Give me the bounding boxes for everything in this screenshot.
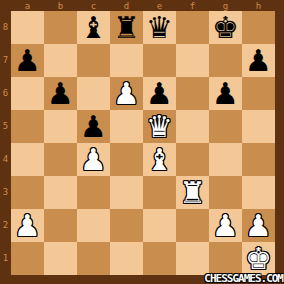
square-c1[interactable] <box>77 242 110 275</box>
black-queen[interactable]: ♛ <box>146 11 173 44</box>
square-c6[interactable] <box>77 77 110 110</box>
square-a6[interactable] <box>11 77 44 110</box>
square-h1[interactable]: ♚ <box>242 242 275 275</box>
square-b6[interactable]: ♟ <box>44 77 77 110</box>
white-bishop[interactable]: ♝ <box>146 143 173 176</box>
square-b7[interactable] <box>44 44 77 77</box>
square-e6[interactable]: ♟ <box>143 77 176 110</box>
square-a2[interactable]: ♟ <box>11 209 44 242</box>
rank-label-3: 3 <box>0 176 11 209</box>
chess-board-frame: a b c d e f g h 8 7 6 5 4 3 2 1 ♝♜♛♚♟♟♟♟… <box>0 0 284 284</box>
black-bishop[interactable]: ♝ <box>80 11 107 44</box>
white-rook[interactable]: ♜ <box>179 176 206 209</box>
white-pawn[interactable]: ♟ <box>113 77 140 110</box>
square-e2[interactable] <box>143 209 176 242</box>
square-e8[interactable]: ♛ <box>143 11 176 44</box>
square-b1[interactable] <box>44 242 77 275</box>
square-d1[interactable] <box>110 242 143 275</box>
square-g2[interactable]: ♟ <box>209 209 242 242</box>
square-a3[interactable] <box>11 176 44 209</box>
square-d7[interactable] <box>110 44 143 77</box>
square-d3[interactable] <box>110 176 143 209</box>
square-d2[interactable] <box>110 209 143 242</box>
square-a8[interactable] <box>11 11 44 44</box>
square-f3[interactable]: ♜ <box>176 176 209 209</box>
square-e7[interactable] <box>143 44 176 77</box>
square-g5[interactable] <box>209 110 242 143</box>
square-c5[interactable]: ♟ <box>77 110 110 143</box>
square-d6[interactable]: ♟ <box>110 77 143 110</box>
file-label-a: a <box>11 0 44 11</box>
square-e1[interactable] <box>143 242 176 275</box>
chessgames-watermark: CHESSGAMES.COM <box>204 273 283 284</box>
rank-label-5: 5 <box>0 110 11 143</box>
file-label-f: f <box>176 0 209 11</box>
black-king[interactable]: ♚ <box>212 11 239 44</box>
square-c3[interactable] <box>77 176 110 209</box>
square-f8[interactable] <box>176 11 209 44</box>
square-a1[interactable] <box>11 242 44 275</box>
square-h8[interactable] <box>242 11 275 44</box>
square-f2[interactable] <box>176 209 209 242</box>
square-h3[interactable] <box>242 176 275 209</box>
rank-labels: 8 7 6 5 4 3 2 1 <box>0 11 11 275</box>
file-label-g: g <box>209 0 242 11</box>
square-a7[interactable]: ♟ <box>11 44 44 77</box>
square-h5[interactable] <box>242 110 275 143</box>
square-e3[interactable] <box>143 176 176 209</box>
square-d4[interactable] <box>110 143 143 176</box>
white-pawn[interactable]: ♟ <box>80 143 107 176</box>
square-c2[interactable] <box>77 209 110 242</box>
file-label-e: e <box>143 0 176 11</box>
square-g6[interactable]: ♟ <box>209 77 242 110</box>
file-label-h: h <box>242 0 275 11</box>
square-b5[interactable] <box>44 110 77 143</box>
rank-label-8: 8 <box>0 11 11 44</box>
black-pawn[interactable]: ♟ <box>14 44 41 77</box>
black-pawn[interactable]: ♟ <box>245 44 272 77</box>
square-c8[interactable]: ♝ <box>77 11 110 44</box>
white-pawn[interactable]: ♟ <box>14 209 41 242</box>
file-label-d: d <box>110 0 143 11</box>
black-pawn[interactable]: ♟ <box>47 77 74 110</box>
square-h6[interactable] <box>242 77 275 110</box>
square-e4[interactable]: ♝ <box>143 143 176 176</box>
white-pawn[interactable]: ♟ <box>212 209 239 242</box>
square-f4[interactable] <box>176 143 209 176</box>
square-h7[interactable]: ♟ <box>242 44 275 77</box>
file-label-c: c <box>77 0 110 11</box>
black-pawn[interactable]: ♟ <box>212 77 239 110</box>
file-label-b: b <box>44 0 77 11</box>
square-g1[interactable] <box>209 242 242 275</box>
square-b2[interactable] <box>44 209 77 242</box>
rank-label-4: 4 <box>0 143 11 176</box>
black-pawn[interactable]: ♟ <box>146 77 173 110</box>
white-queen[interactable]: ♛ <box>146 110 173 143</box>
square-f6[interactable] <box>176 77 209 110</box>
board-grid: ♝♜♛♚♟♟♟♟♟♟♟♛♟♝♜♟♟♟♚ <box>11 11 275 275</box>
square-b3[interactable] <box>44 176 77 209</box>
square-f7[interactable] <box>176 44 209 77</box>
square-c7[interactable] <box>77 44 110 77</box>
square-d5[interactable] <box>110 110 143 143</box>
square-g4[interactable] <box>209 143 242 176</box>
black-pawn[interactable]: ♟ <box>80 110 107 143</box>
square-a4[interactable] <box>11 143 44 176</box>
white-pawn[interactable]: ♟ <box>245 209 272 242</box>
square-d8[interactable]: ♜ <box>110 11 143 44</box>
white-king[interactable]: ♚ <box>245 242 272 275</box>
square-g7[interactable] <box>209 44 242 77</box>
square-g3[interactable] <box>209 176 242 209</box>
square-f5[interactable] <box>176 110 209 143</box>
file-labels: a b c d e f g h <box>11 0 275 11</box>
rank-label-7: 7 <box>0 44 11 77</box>
square-b8[interactable] <box>44 11 77 44</box>
square-c4[interactable]: ♟ <box>77 143 110 176</box>
square-b4[interactable] <box>44 143 77 176</box>
rank-label-2: 2 <box>0 209 11 242</box>
rank-label-1: 1 <box>0 242 11 275</box>
square-g8[interactable]: ♚ <box>209 11 242 44</box>
rank-label-6: 6 <box>0 77 11 110</box>
black-rook[interactable]: ♜ <box>113 11 140 44</box>
square-h2[interactable]: ♟ <box>242 209 275 242</box>
square-h4[interactable] <box>242 143 275 176</box>
square-a5[interactable] <box>11 110 44 143</box>
square-e5[interactable]: ♛ <box>143 110 176 143</box>
square-f1[interactable] <box>176 242 209 275</box>
